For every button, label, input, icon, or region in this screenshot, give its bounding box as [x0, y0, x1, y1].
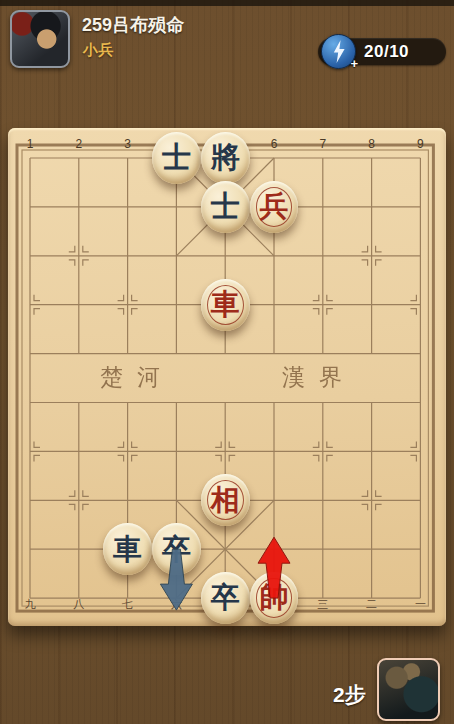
- player-avatar: [10, 10, 70, 68]
- top-strip: [0, 0, 454, 6]
- lightning-bolt-icon: [329, 39, 349, 64]
- xiangqi-board[interactable]: 123456789 九八七六五四三二一 楚河 漢界 士將士兵車相車卒卒帥: [8, 128, 446, 626]
- plus-icon: +: [350, 56, 358, 71]
- bottom-right-avatar[interactable]: [377, 658, 440, 721]
- steps-counter: 2步: [333, 681, 366, 709]
- rank-label: 小兵: [83, 41, 113, 60]
- energy-lightning-icon[interactable]: +: [321, 34, 356, 69]
- level-title: 259吕布殒命: [82, 13, 184, 37]
- move-hint-arrows: [8, 128, 446, 626]
- energy-count: 20/10: [364, 38, 409, 65]
- energy-pill[interactable]: + 20/10: [318, 38, 446, 65]
